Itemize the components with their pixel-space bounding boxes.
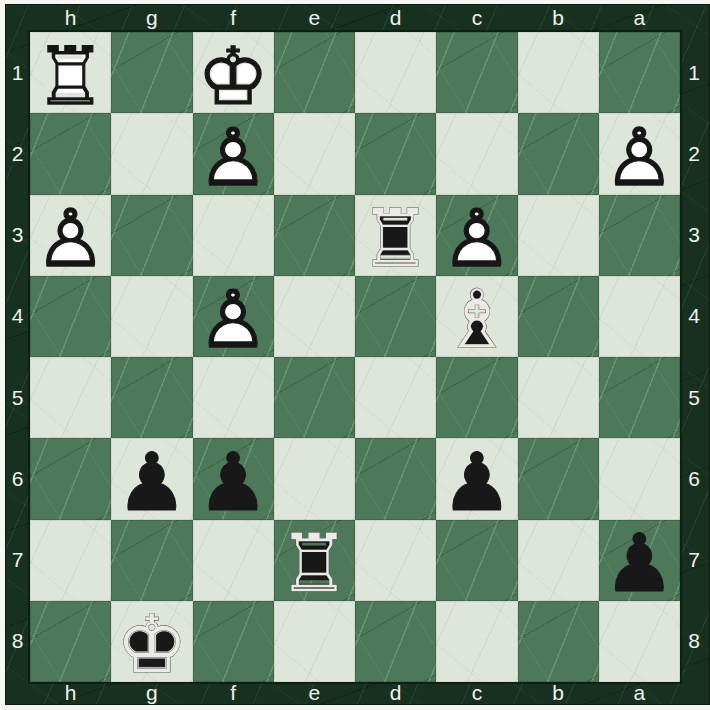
square-g2[interactable] bbox=[111, 113, 192, 194]
square-b3[interactable] bbox=[518, 195, 599, 276]
square-e3[interactable] bbox=[274, 195, 355, 276]
square-g5[interactable] bbox=[111, 357, 192, 438]
square-h4[interactable] bbox=[30, 276, 111, 357]
rank-label-left-4: 4 bbox=[5, 276, 30, 357]
square-a6[interactable] bbox=[599, 438, 680, 519]
square-f1[interactable]: ♚♔ bbox=[193, 32, 274, 113]
chess-diagram: ♜♖♚♔♟♙♟♙♟♙♜♖♟♙♟♙♝♗♟♟♟♜♖♟♚♔ hhggffeeddccb… bbox=[0, 0, 710, 710]
square-d8[interactable] bbox=[355, 601, 436, 682]
square-f4[interactable]: ♟♙ bbox=[193, 276, 274, 357]
square-c5[interactable] bbox=[436, 357, 517, 438]
square-h6[interactable] bbox=[30, 438, 111, 519]
square-h5[interactable] bbox=[30, 357, 111, 438]
square-h1[interactable]: ♜♖ bbox=[30, 32, 111, 113]
black-pawn[interactable]: ♟ bbox=[193, 438, 274, 519]
square-b5[interactable] bbox=[518, 357, 599, 438]
square-f8[interactable] bbox=[193, 601, 274, 682]
rank-label-left-6: 6 bbox=[5, 438, 30, 519]
piece-glyph-outline: ♖ bbox=[274, 524, 355, 605]
square-e8[interactable] bbox=[274, 601, 355, 682]
piece-glyph-outline: ♗ bbox=[436, 280, 517, 361]
square-d1[interactable] bbox=[355, 32, 436, 113]
piece-glyph-fill: ♟ bbox=[436, 442, 517, 523]
square-b4[interactable] bbox=[518, 276, 599, 357]
square-h3[interactable]: ♟♙ bbox=[30, 195, 111, 276]
rank-label-left-2: 2 bbox=[5, 113, 30, 194]
rank-label-left-3: 3 bbox=[5, 195, 30, 276]
square-c1[interactable] bbox=[436, 32, 517, 113]
file-label-top-a: a bbox=[599, 4, 680, 32]
square-a1[interactable] bbox=[599, 32, 680, 113]
square-b2[interactable] bbox=[518, 113, 599, 194]
black-pawn[interactable]: ♟ bbox=[111, 438, 192, 519]
white-pawn[interactable]: ♟♙ bbox=[30, 195, 111, 276]
square-a4[interactable] bbox=[599, 276, 680, 357]
square-d6[interactable] bbox=[355, 438, 436, 519]
rank-label-left-8: 8 bbox=[5, 601, 30, 682]
piece-glyph-outline: ♙ bbox=[599, 117, 680, 198]
file-label-bottom-a: a bbox=[599, 681, 680, 705]
piece-glyph-outline: ♔ bbox=[111, 605, 192, 686]
rank-label-right-5: 5 bbox=[680, 357, 708, 438]
square-d4[interactable] bbox=[355, 276, 436, 357]
square-b6[interactable] bbox=[518, 438, 599, 519]
square-f3[interactable] bbox=[193, 195, 274, 276]
black-rook[interactable]: ♜♖ bbox=[274, 520, 355, 601]
file-label-top-e: e bbox=[274, 4, 355, 32]
square-g7[interactable] bbox=[111, 520, 192, 601]
square-b8[interactable] bbox=[518, 601, 599, 682]
piece-glyph-outline: ♙ bbox=[436, 199, 517, 280]
square-c3[interactable]: ♟♙ bbox=[436, 195, 517, 276]
square-a8[interactable] bbox=[599, 601, 680, 682]
file-label-bottom-g: g bbox=[111, 681, 192, 705]
piece-glyph-fill: ♟ bbox=[599, 524, 680, 605]
file-label-bottom-e: e bbox=[274, 681, 355, 705]
square-e1[interactable] bbox=[274, 32, 355, 113]
white-pawn[interactable]: ♟♙ bbox=[193, 276, 274, 357]
square-h8[interactable] bbox=[30, 601, 111, 682]
board: ♜♖♚♔♟♙♟♙♟♙♜♖♟♙♟♙♝♗♟♟♟♜♖♟♚♔ bbox=[30, 32, 680, 682]
square-b1[interactable] bbox=[518, 32, 599, 113]
black-king[interactable]: ♚♔ bbox=[111, 601, 192, 682]
square-d3[interactable]: ♜♖ bbox=[355, 195, 436, 276]
square-e6[interactable] bbox=[274, 438, 355, 519]
white-pawn[interactable]: ♟♙ bbox=[436, 195, 517, 276]
file-label-bottom-f: f bbox=[193, 681, 274, 705]
square-e7[interactable]: ♜♖ bbox=[274, 520, 355, 601]
square-a3[interactable] bbox=[599, 195, 680, 276]
square-d5[interactable] bbox=[355, 357, 436, 438]
square-g3[interactable] bbox=[111, 195, 192, 276]
file-label-top-d: d bbox=[355, 4, 436, 32]
file-label-top-h: h bbox=[30, 4, 111, 32]
square-c8[interactable] bbox=[436, 601, 517, 682]
white-pawn[interactable]: ♟♙ bbox=[193, 113, 274, 194]
white-pawn[interactable]: ♟♙ bbox=[599, 113, 680, 194]
rank-label-left-7: 7 bbox=[5, 520, 30, 601]
file-label-bottom-c: c bbox=[436, 681, 517, 705]
file-label-bottom-b: b bbox=[518, 681, 599, 705]
rank-label-right-4: 4 bbox=[680, 276, 708, 357]
square-g8[interactable]: ♚♔ bbox=[111, 601, 192, 682]
square-e2[interactable] bbox=[274, 113, 355, 194]
black-bishop[interactable]: ♝♗ bbox=[436, 276, 517, 357]
square-g6[interactable]: ♟ bbox=[111, 438, 192, 519]
square-b7[interactable] bbox=[518, 520, 599, 601]
file-label-top-b: b bbox=[518, 4, 599, 32]
square-d7[interactable] bbox=[355, 520, 436, 601]
rank-label-right-6: 6 bbox=[680, 438, 708, 519]
file-label-bottom-h: h bbox=[30, 681, 111, 705]
square-e4[interactable] bbox=[274, 276, 355, 357]
black-pawn[interactable]: ♟ bbox=[599, 520, 680, 601]
file-label-top-g: g bbox=[111, 4, 192, 32]
rank-label-left-5: 5 bbox=[5, 357, 30, 438]
square-c2[interactable] bbox=[436, 113, 517, 194]
square-a2[interactable]: ♟♙ bbox=[599, 113, 680, 194]
piece-glyph-outline: ♙ bbox=[193, 117, 274, 198]
rank-label-right-2: 2 bbox=[680, 113, 708, 194]
file-label-bottom-d: d bbox=[355, 681, 436, 705]
white-king[interactable]: ♚♔ bbox=[193, 32, 274, 113]
square-d2[interactable] bbox=[355, 113, 436, 194]
square-a5[interactable] bbox=[599, 357, 680, 438]
black-pawn[interactable]: ♟ bbox=[436, 438, 517, 519]
piece-glyph-outline: ♙ bbox=[30, 199, 111, 280]
piece-glyph-outline: ♔ bbox=[193, 36, 274, 117]
square-e5[interactable] bbox=[274, 357, 355, 438]
square-g1[interactable] bbox=[111, 32, 192, 113]
rank-label-right-7: 7 bbox=[680, 520, 708, 601]
square-a7[interactable]: ♟ bbox=[599, 520, 680, 601]
square-g4[interactable] bbox=[111, 276, 192, 357]
file-label-top-c: c bbox=[436, 4, 517, 32]
square-h7[interactable] bbox=[30, 520, 111, 601]
rank-label-left-1: 1 bbox=[5, 32, 30, 113]
piece-glyph-fill: ♟ bbox=[193, 442, 274, 523]
piece-glyph-outline: ♖ bbox=[355, 199, 436, 280]
file-label-top-f: f bbox=[193, 4, 274, 32]
square-f6[interactable]: ♟ bbox=[193, 438, 274, 519]
square-c7[interactable] bbox=[436, 520, 517, 601]
rank-label-right-8: 8 bbox=[680, 601, 708, 682]
piece-glyph-outline: ♖ bbox=[30, 36, 111, 117]
square-c4[interactable]: ♝♗ bbox=[436, 276, 517, 357]
piece-glyph-outline: ♙ bbox=[193, 280, 274, 361]
rank-label-right-3: 3 bbox=[680, 195, 708, 276]
square-f5[interactable] bbox=[193, 357, 274, 438]
square-f2[interactable]: ♟♙ bbox=[193, 113, 274, 194]
square-f7[interactable] bbox=[193, 520, 274, 601]
rank-label-right-1: 1 bbox=[680, 32, 708, 113]
square-h2[interactable] bbox=[30, 113, 111, 194]
square-c6[interactable]: ♟ bbox=[436, 438, 517, 519]
black-rook[interactable]: ♜♖ bbox=[355, 195, 436, 276]
white-rook[interactable]: ♜♖ bbox=[30, 32, 111, 113]
piece-glyph-fill: ♟ bbox=[111, 442, 192, 523]
